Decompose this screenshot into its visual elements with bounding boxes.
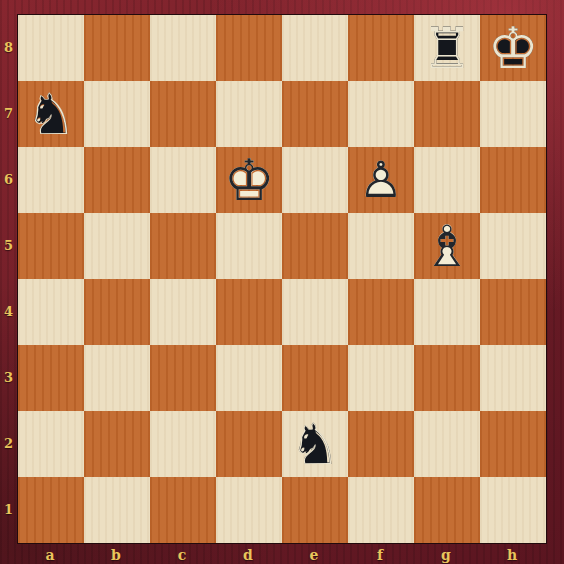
square-g5[interactable]: ♝♗ <box>414 213 480 279</box>
piece-black-king[interactable]: ♚♔ <box>480 15 546 81</box>
square-b8[interactable] <box>84 15 150 81</box>
file-labels: abcdefgh <box>17 545 545 564</box>
square-c6[interactable] <box>150 147 216 213</box>
square-b7[interactable] <box>84 81 150 147</box>
square-a1[interactable] <box>18 477 84 543</box>
file-label-h: h <box>479 545 545 564</box>
square-b5[interactable] <box>84 213 150 279</box>
square-a8[interactable] <box>18 15 84 81</box>
square-h5[interactable] <box>480 213 546 279</box>
file-label-g: g <box>413 545 479 564</box>
file-label-d: d <box>215 545 281 564</box>
square-d5[interactable] <box>216 213 282 279</box>
square-a4[interactable] <box>18 279 84 345</box>
file-label-e: e <box>281 545 347 564</box>
square-g7[interactable] <box>414 81 480 147</box>
square-a5[interactable] <box>18 213 84 279</box>
rank-label-8: 8 <box>0 14 17 80</box>
piece-outline-glyph: ♘ <box>282 411 348 477</box>
rank-label-1: 1 <box>0 476 17 542</box>
square-g1[interactable] <box>414 477 480 543</box>
piece-white-bishop[interactable]: ♝♗ <box>414 213 480 279</box>
board-frame: 87654321 abcdefgh ♜♖♚♔♞♘♚♔♟♙♝♗♞♘ <box>0 0 564 564</box>
square-c4[interactable] <box>150 279 216 345</box>
square-h6[interactable] <box>480 147 546 213</box>
piece-outline-glyph: ♖ <box>414 15 480 81</box>
square-c2[interactable] <box>150 411 216 477</box>
piece-outline-glyph: ♙ <box>348 147 414 213</box>
square-a7[interactable]: ♞♘ <box>18 81 84 147</box>
square-f1[interactable] <box>348 477 414 543</box>
piece-outline-glyph: ♘ <box>18 81 84 147</box>
square-g6[interactable] <box>414 147 480 213</box>
square-h3[interactable] <box>480 345 546 411</box>
square-d6[interactable]: ♚♔ <box>216 147 282 213</box>
square-h7[interactable] <box>480 81 546 147</box>
square-d4[interactable] <box>216 279 282 345</box>
square-c1[interactable] <box>150 477 216 543</box>
square-c7[interactable] <box>150 81 216 147</box>
chess-board: ♜♖♚♔♞♘♚♔♟♙♝♗♞♘ <box>17 14 547 544</box>
square-e1[interactable] <box>282 477 348 543</box>
piece-outline-glyph: ♔ <box>480 15 546 81</box>
square-h1[interactable] <box>480 477 546 543</box>
square-f8[interactable] <box>348 15 414 81</box>
square-e2[interactable]: ♞♘ <box>282 411 348 477</box>
piece-black-knight[interactable]: ♞♘ <box>282 411 348 477</box>
piece-black-rook[interactable]: ♜♖ <box>414 15 480 81</box>
square-e3[interactable] <box>282 345 348 411</box>
square-b2[interactable] <box>84 411 150 477</box>
square-b3[interactable] <box>84 345 150 411</box>
square-e6[interactable] <box>282 147 348 213</box>
square-d3[interactable] <box>216 345 282 411</box>
rank-label-4: 4 <box>0 278 17 344</box>
piece-outline-glyph: ♗ <box>414 213 480 279</box>
piece-black-knight[interactable]: ♞♘ <box>18 81 84 147</box>
square-c8[interactable] <box>150 15 216 81</box>
square-a3[interactable] <box>18 345 84 411</box>
square-f5[interactable] <box>348 213 414 279</box>
square-d2[interactable] <box>216 411 282 477</box>
square-b4[interactable] <box>84 279 150 345</box>
square-g2[interactable] <box>414 411 480 477</box>
piece-white-pawn[interactable]: ♟♙ <box>348 147 414 213</box>
square-d8[interactable] <box>216 15 282 81</box>
square-c5[interactable] <box>150 213 216 279</box>
square-d1[interactable] <box>216 477 282 543</box>
square-a2[interactable] <box>18 411 84 477</box>
square-f4[interactable] <box>348 279 414 345</box>
square-d7[interactable] <box>216 81 282 147</box>
square-h2[interactable] <box>480 411 546 477</box>
square-a6[interactable] <box>18 147 84 213</box>
square-e4[interactable] <box>282 279 348 345</box>
piece-outline-glyph: ♔ <box>216 147 282 213</box>
square-b1[interactable] <box>84 477 150 543</box>
file-label-b: b <box>83 545 149 564</box>
square-h8[interactable]: ♚♔ <box>480 15 546 81</box>
piece-white-king[interactable]: ♚♔ <box>216 147 282 213</box>
rank-label-6: 6 <box>0 146 17 212</box>
rank-label-5: 5 <box>0 212 17 278</box>
square-g8[interactable]: ♜♖ <box>414 15 480 81</box>
square-e8[interactable] <box>282 15 348 81</box>
square-e7[interactable] <box>282 81 348 147</box>
square-c3[interactable] <box>150 345 216 411</box>
rank-label-7: 7 <box>0 80 17 146</box>
file-label-c: c <box>149 545 215 564</box>
square-f2[interactable] <box>348 411 414 477</box>
rank-label-2: 2 <box>0 410 17 476</box>
square-f7[interactable] <box>348 81 414 147</box>
square-f3[interactable] <box>348 345 414 411</box>
square-f6[interactable]: ♟♙ <box>348 147 414 213</box>
rank-label-3: 3 <box>0 344 17 410</box>
square-e5[interactable] <box>282 213 348 279</box>
square-g3[interactable] <box>414 345 480 411</box>
square-h4[interactable] <box>480 279 546 345</box>
rank-labels: 87654321 <box>0 14 17 542</box>
file-label-a: a <box>17 545 83 564</box>
square-g4[interactable] <box>414 279 480 345</box>
file-label-f: f <box>347 545 413 564</box>
square-b6[interactable] <box>84 147 150 213</box>
